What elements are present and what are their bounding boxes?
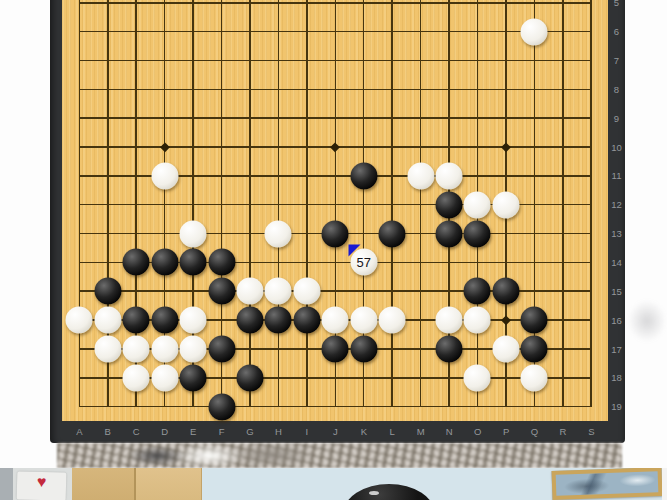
intersection-A8[interactable] bbox=[65, 75, 93, 104]
intersection-S11[interactable] bbox=[577, 161, 605, 190]
intersection-E15[interactable] bbox=[179, 277, 207, 306]
intersection-S9[interactable] bbox=[577, 104, 605, 133]
intersection-B18[interactable] bbox=[94, 363, 122, 392]
intersection-P7[interactable] bbox=[492, 46, 520, 75]
intersection-I19[interactable] bbox=[293, 392, 321, 421]
intersection-H11[interactable] bbox=[264, 161, 292, 190]
intersection-I16[interactable] bbox=[293, 306, 321, 335]
intersection-H8[interactable] bbox=[264, 75, 292, 104]
intersection-S14[interactable] bbox=[577, 248, 605, 277]
intersection-Q16[interactable] bbox=[520, 306, 548, 335]
intersection-D17[interactable] bbox=[150, 335, 178, 364]
intersection-F19[interactable] bbox=[207, 392, 235, 421]
intersection-O8[interactable] bbox=[463, 75, 491, 104]
intersection-A11[interactable] bbox=[65, 161, 93, 190]
intersection-K7[interactable] bbox=[349, 46, 377, 75]
intersection-B16[interactable] bbox=[94, 306, 122, 335]
intersection-N8[interactable] bbox=[435, 75, 463, 104]
intersection-I12[interactable] bbox=[293, 190, 321, 219]
intersection-Q10[interactable] bbox=[520, 133, 548, 162]
intersection-L14[interactable] bbox=[378, 248, 406, 277]
intersection-F13[interactable] bbox=[207, 219, 235, 248]
intersection-J15[interactable] bbox=[321, 277, 349, 306]
intersection-O5[interactable] bbox=[463, 0, 491, 17]
intersection-B11[interactable] bbox=[94, 161, 122, 190]
intersection-N12[interactable] bbox=[435, 190, 463, 219]
intersection-J6[interactable] bbox=[321, 17, 349, 46]
intersection-P18[interactable] bbox=[492, 363, 520, 392]
intersection-H5[interactable] bbox=[264, 0, 292, 17]
intersection-F17[interactable] bbox=[207, 335, 235, 364]
intersection-N6[interactable] bbox=[435, 17, 463, 46]
intersection-J14[interactable] bbox=[321, 248, 349, 277]
intersection-N14[interactable] bbox=[435, 248, 463, 277]
intersection-A15[interactable] bbox=[65, 277, 93, 306]
intersection-G16[interactable] bbox=[236, 306, 264, 335]
intersection-J5[interactable] bbox=[321, 0, 349, 17]
intersection-E11[interactable] bbox=[179, 161, 207, 190]
intersection-L6[interactable] bbox=[378, 17, 406, 46]
intersection-K17[interactable] bbox=[349, 335, 377, 364]
intersection-Q17[interactable] bbox=[520, 335, 548, 364]
intersection-J8[interactable] bbox=[321, 75, 349, 104]
intersection-P17[interactable] bbox=[492, 335, 520, 364]
intersection-P15[interactable] bbox=[492, 277, 520, 306]
intersection-A7[interactable] bbox=[65, 46, 93, 75]
intersection-I14[interactable] bbox=[293, 248, 321, 277]
intersection-I18[interactable] bbox=[293, 363, 321, 392]
intersection-I13[interactable] bbox=[293, 219, 321, 248]
intersection-J11[interactable] bbox=[321, 161, 349, 190]
intersection-C12[interactable] bbox=[122, 190, 150, 219]
intersection-L15[interactable] bbox=[378, 277, 406, 306]
intersection-R19[interactable] bbox=[549, 392, 577, 421]
intersection-M17[interactable] bbox=[406, 335, 434, 364]
intersection-I10[interactable] bbox=[293, 133, 321, 162]
intersection-M13[interactable] bbox=[406, 219, 434, 248]
intersection-E18[interactable] bbox=[179, 363, 207, 392]
intersection-D11[interactable] bbox=[150, 161, 178, 190]
intersection-B6[interactable] bbox=[94, 17, 122, 46]
intersection-H18[interactable] bbox=[264, 363, 292, 392]
intersection-N16[interactable] bbox=[435, 306, 463, 335]
intersection-S18[interactable] bbox=[577, 363, 605, 392]
intersection-R6[interactable] bbox=[549, 17, 577, 46]
intersection-Q12[interactable] bbox=[520, 190, 548, 219]
intersection-E10[interactable] bbox=[179, 133, 207, 162]
intersection-K15[interactable] bbox=[349, 277, 377, 306]
intersection-B9[interactable] bbox=[94, 104, 122, 133]
intersection-C5[interactable] bbox=[122, 0, 150, 17]
intersection-A10[interactable] bbox=[65, 133, 93, 162]
intersection-F7[interactable] bbox=[207, 46, 235, 75]
intersection-G15[interactable] bbox=[236, 277, 264, 306]
intersection-L12[interactable] bbox=[378, 190, 406, 219]
intersection-A6[interactable] bbox=[65, 17, 93, 46]
intersection-J19[interactable] bbox=[321, 392, 349, 421]
intersection-S6[interactable] bbox=[577, 17, 605, 46]
intersection-C8[interactable] bbox=[122, 75, 150, 104]
intersection-Q6[interactable] bbox=[520, 17, 548, 46]
intersection-Q13[interactable] bbox=[520, 219, 548, 248]
intersection-B14[interactable] bbox=[94, 248, 122, 277]
intersection-F14[interactable] bbox=[207, 248, 235, 277]
intersection-A17[interactable] bbox=[65, 335, 93, 364]
intersection-A13[interactable] bbox=[65, 219, 93, 248]
intersection-I11[interactable] bbox=[293, 161, 321, 190]
intersection-C15[interactable] bbox=[122, 277, 150, 306]
intersection-M9[interactable] bbox=[406, 104, 434, 133]
intersection-D5[interactable] bbox=[150, 0, 178, 17]
intersection-F10[interactable] bbox=[207, 133, 235, 162]
intersection-Q18[interactable] bbox=[520, 363, 548, 392]
intersection-M19[interactable] bbox=[406, 392, 434, 421]
intersection-F12[interactable] bbox=[207, 190, 235, 219]
intersection-G8[interactable] bbox=[236, 75, 264, 104]
column-label-G: G bbox=[236, 426, 264, 438]
intersection-M8[interactable] bbox=[406, 75, 434, 104]
intersection-S12[interactable] bbox=[577, 190, 605, 219]
intersection-O18[interactable] bbox=[463, 363, 491, 392]
intersection-C10[interactable] bbox=[122, 133, 150, 162]
intersection-S5[interactable] bbox=[577, 0, 605, 17]
intersection-R8[interactable] bbox=[549, 75, 577, 104]
intersection-C9[interactable] bbox=[122, 104, 150, 133]
intersection-O7[interactable] bbox=[463, 46, 491, 75]
intersection-P16[interactable] bbox=[492, 306, 520, 335]
intersection-E5[interactable] bbox=[179, 0, 207, 17]
intersection-C17[interactable] bbox=[122, 335, 150, 364]
intersection-C18[interactable] bbox=[122, 363, 150, 392]
intersection-C11[interactable] bbox=[122, 161, 150, 190]
intersection-B15[interactable] bbox=[94, 277, 122, 306]
intersection-C14[interactable] bbox=[122, 248, 150, 277]
intersection-A14[interactable] bbox=[65, 248, 93, 277]
intersection-J13[interactable] bbox=[321, 219, 349, 248]
intersection-R17[interactable] bbox=[549, 335, 577, 364]
intersection-O15[interactable] bbox=[463, 277, 491, 306]
intersection-G18[interactable] bbox=[236, 363, 264, 392]
black-stone-F14 bbox=[208, 249, 235, 276]
intersection-B10[interactable] bbox=[94, 133, 122, 162]
intersection-G17[interactable] bbox=[236, 335, 264, 364]
intersection-G6[interactable] bbox=[236, 17, 264, 46]
intersection-O10[interactable] bbox=[463, 133, 491, 162]
intersection-D18[interactable] bbox=[150, 363, 178, 392]
intersection-Q15[interactable] bbox=[520, 277, 548, 306]
intersection-Q5[interactable] bbox=[520, 0, 548, 17]
intersection-R5[interactable] bbox=[549, 0, 577, 17]
intersection-R13[interactable] bbox=[549, 219, 577, 248]
blurred-photo-band bbox=[57, 443, 622, 468]
intersection-I6[interactable] bbox=[293, 17, 321, 46]
intersection-K18[interactable] bbox=[349, 363, 377, 392]
intersection-H9[interactable] bbox=[264, 104, 292, 133]
intersection-M12[interactable] bbox=[406, 190, 434, 219]
intersection-A5[interactable] bbox=[65, 0, 93, 17]
intersection-S17[interactable] bbox=[577, 335, 605, 364]
intersection-N5[interactable] bbox=[435, 0, 463, 17]
intersection-A12[interactable] bbox=[65, 190, 93, 219]
intersection-L13[interactable] bbox=[378, 219, 406, 248]
intersection-G5[interactable] bbox=[236, 0, 264, 17]
intersection-A19[interactable] bbox=[65, 392, 93, 421]
intersection-E19[interactable] bbox=[179, 392, 207, 421]
intersection-P14[interactable] bbox=[492, 248, 520, 277]
intersection-J9[interactable] bbox=[321, 104, 349, 133]
intersection-B19[interactable] bbox=[94, 392, 122, 421]
intersection-E6[interactable] bbox=[179, 17, 207, 46]
intersection-N15[interactable] bbox=[435, 277, 463, 306]
intersection-R9[interactable] bbox=[549, 104, 577, 133]
intersection-B8[interactable] bbox=[94, 75, 122, 104]
intersection-H14[interactable] bbox=[264, 248, 292, 277]
intersection-R18[interactable] bbox=[549, 363, 577, 392]
intersection-P8[interactable] bbox=[492, 75, 520, 104]
intersection-I5[interactable] bbox=[293, 0, 321, 17]
intersection-L7[interactable] bbox=[378, 46, 406, 75]
intersection-A18[interactable] bbox=[65, 363, 93, 392]
intersection-L5[interactable] bbox=[378, 0, 406, 17]
intersection-G12[interactable] bbox=[236, 190, 264, 219]
intersection-H7[interactable] bbox=[264, 46, 292, 75]
intersection-Q19[interactable] bbox=[520, 392, 548, 421]
intersection-S8[interactable] bbox=[577, 75, 605, 104]
intersection-N19[interactable] bbox=[435, 392, 463, 421]
intersection-B7[interactable] bbox=[94, 46, 122, 75]
intersection-K8[interactable] bbox=[349, 75, 377, 104]
intersection-R7[interactable] bbox=[549, 46, 577, 75]
intersection-I17[interactable] bbox=[293, 335, 321, 364]
intersection-E14[interactable] bbox=[179, 248, 207, 277]
intersection-P12[interactable] bbox=[492, 190, 520, 219]
intersection-R11[interactable] bbox=[549, 161, 577, 190]
intersection-N17[interactable] bbox=[435, 335, 463, 364]
intersection-F5[interactable] bbox=[207, 0, 235, 17]
intersection-S7[interactable] bbox=[577, 46, 605, 75]
intersection-O12[interactable] bbox=[463, 190, 491, 219]
intersection-L17[interactable] bbox=[378, 335, 406, 364]
intersection-K10[interactable] bbox=[349, 133, 377, 162]
intersection-H15[interactable] bbox=[264, 277, 292, 306]
intersection-N18[interactable] bbox=[435, 363, 463, 392]
intersection-I7[interactable] bbox=[293, 46, 321, 75]
white-stone-G15 bbox=[236, 278, 263, 305]
intersection-Q11[interactable] bbox=[520, 161, 548, 190]
intersection-B12[interactable] bbox=[94, 190, 122, 219]
intersection-D12[interactable] bbox=[150, 190, 178, 219]
intersection-Q8[interactable] bbox=[520, 75, 548, 104]
intersection-D10[interactable] bbox=[150, 133, 178, 162]
intersection-N13[interactable] bbox=[435, 219, 463, 248]
black-stone-C16 bbox=[123, 307, 150, 334]
intersection-C13[interactable] bbox=[122, 219, 150, 248]
intersection-A16[interactable] bbox=[65, 306, 93, 335]
intersection-R14[interactable] bbox=[549, 248, 577, 277]
intersection-D19[interactable] bbox=[150, 392, 178, 421]
intersection-G9[interactable] bbox=[236, 104, 264, 133]
intersection-J10[interactable] bbox=[321, 133, 349, 162]
intersection-K12[interactable] bbox=[349, 190, 377, 219]
row-label-13: 13 bbox=[608, 228, 625, 239]
intersection-M10[interactable] bbox=[406, 133, 434, 162]
intersection-E7[interactable] bbox=[179, 46, 207, 75]
intersection-O9[interactable] bbox=[463, 104, 491, 133]
intersection-C19[interactable] bbox=[122, 392, 150, 421]
intersection-L16[interactable] bbox=[378, 306, 406, 335]
intersection-M5[interactable] bbox=[406, 0, 434, 17]
intersection-M7[interactable] bbox=[406, 46, 434, 75]
intersection-D15[interactable] bbox=[150, 277, 178, 306]
intersection-J17[interactable] bbox=[321, 335, 349, 364]
intersection-I8[interactable] bbox=[293, 75, 321, 104]
intersection-F11[interactable] bbox=[207, 161, 235, 190]
intersection-F6[interactable] bbox=[207, 17, 235, 46]
intersection-M16[interactable] bbox=[406, 306, 434, 335]
star-point-P16 bbox=[501, 315, 510, 324]
intersection-P13[interactable] bbox=[492, 219, 520, 248]
intersection-B13[interactable] bbox=[94, 219, 122, 248]
intersection-E13[interactable] bbox=[179, 219, 207, 248]
intersection-L18[interactable] bbox=[378, 363, 406, 392]
intersection-P19[interactable] bbox=[492, 392, 520, 421]
intersection-P5[interactable] bbox=[492, 0, 520, 17]
intersection-P9[interactable] bbox=[492, 104, 520, 133]
intersection-D6[interactable] bbox=[150, 17, 178, 46]
intersection-L10[interactable] bbox=[378, 133, 406, 162]
intersection-R16[interactable] bbox=[549, 306, 577, 335]
intersection-N9[interactable] bbox=[435, 104, 463, 133]
row-label-12: 12 bbox=[608, 199, 625, 210]
intersection-S15[interactable] bbox=[577, 277, 605, 306]
white-stone-E17 bbox=[180, 335, 207, 362]
intersection-M11[interactable] bbox=[406, 161, 434, 190]
intersection-P10[interactable] bbox=[492, 133, 520, 162]
intersection-F16[interactable] bbox=[207, 306, 235, 335]
intersection-M14[interactable] bbox=[406, 248, 434, 277]
intersection-E9[interactable] bbox=[179, 104, 207, 133]
intersection-H13[interactable] bbox=[264, 219, 292, 248]
intersection-B5[interactable] bbox=[94, 0, 122, 17]
white-stone-A16 bbox=[66, 307, 93, 334]
column-label-Q: Q bbox=[520, 426, 548, 438]
intersection-D14[interactable] bbox=[150, 248, 178, 277]
row-label-16: 16 bbox=[608, 315, 625, 326]
intersection-J7[interactable] bbox=[321, 46, 349, 75]
intersection-E12[interactable] bbox=[179, 190, 207, 219]
star-point-D10 bbox=[160, 142, 169, 151]
intersection-L19[interactable] bbox=[378, 392, 406, 421]
intersection-O17[interactable] bbox=[463, 335, 491, 364]
intersection-F8[interactable] bbox=[207, 75, 235, 104]
intersection-J16[interactable] bbox=[321, 306, 349, 335]
intersection-N7[interactable] bbox=[435, 46, 463, 75]
intersection-G10[interactable] bbox=[236, 133, 264, 162]
intersection-A9[interactable] bbox=[65, 104, 93, 133]
intersection-D7[interactable] bbox=[150, 46, 178, 75]
intersection-D16[interactable] bbox=[150, 306, 178, 335]
intersection-H10[interactable] bbox=[264, 133, 292, 162]
intersection-F18[interactable] bbox=[207, 363, 235, 392]
intersection-R10[interactable] bbox=[549, 133, 577, 162]
intersection-K5[interactable] bbox=[349, 0, 377, 17]
intersection-G14[interactable] bbox=[236, 248, 264, 277]
intersection-M15[interactable] bbox=[406, 277, 434, 306]
intersection-L11[interactable] bbox=[378, 161, 406, 190]
intersection-B17[interactable] bbox=[94, 335, 122, 364]
intersection-M18[interactable] bbox=[406, 363, 434, 392]
intersection-H6[interactable] bbox=[264, 17, 292, 46]
intersection-O16[interactable] bbox=[463, 306, 491, 335]
go-board-grid[interactable]: 57 bbox=[65, 0, 605, 421]
intersection-P6[interactable] bbox=[492, 17, 520, 46]
intersection-O11[interactable] bbox=[463, 161, 491, 190]
intersection-C7[interactable] bbox=[122, 46, 150, 75]
intersection-F15[interactable] bbox=[207, 277, 235, 306]
white-stone-B16 bbox=[94, 307, 121, 334]
intersection-N11[interactable] bbox=[435, 161, 463, 190]
intersection-E16[interactable] bbox=[179, 306, 207, 335]
intersection-M6[interactable] bbox=[406, 17, 434, 46]
intersection-D8[interactable] bbox=[150, 75, 178, 104]
intersection-C6[interactable] bbox=[122, 17, 150, 46]
intersection-C16[interactable] bbox=[122, 306, 150, 335]
intersection-S10[interactable] bbox=[577, 133, 605, 162]
intersection-G19[interactable] bbox=[236, 392, 264, 421]
intersection-G11[interactable] bbox=[236, 161, 264, 190]
intersection-K19[interactable] bbox=[349, 392, 377, 421]
intersection-O6[interactable] bbox=[463, 17, 491, 46]
intersection-R15[interactable] bbox=[549, 277, 577, 306]
intersection-O14[interactable] bbox=[463, 248, 491, 277]
intersection-D13[interactable] bbox=[150, 219, 178, 248]
intersection-R12[interactable] bbox=[549, 190, 577, 219]
intersection-K11[interactable] bbox=[349, 161, 377, 190]
intersection-K13[interactable] bbox=[349, 219, 377, 248]
intersection-E8[interactable] bbox=[179, 75, 207, 104]
intersection-G13[interactable] bbox=[236, 219, 264, 248]
intersection-K14[interactable]: 57 bbox=[349, 248, 377, 277]
intersection-E17[interactable] bbox=[179, 335, 207, 364]
intersection-O13[interactable] bbox=[463, 219, 491, 248]
intersection-J12[interactable] bbox=[321, 190, 349, 219]
intersection-S19[interactable] bbox=[577, 392, 605, 421]
intersection-I9[interactable] bbox=[293, 104, 321, 133]
intersection-O19[interactable] bbox=[463, 392, 491, 421]
intersection-D9[interactable] bbox=[150, 104, 178, 133]
intersection-L8[interactable] bbox=[378, 75, 406, 104]
intersection-P11[interactable] bbox=[492, 161, 520, 190]
intersection-K9[interactable] bbox=[349, 104, 377, 133]
intersection-G7[interactable] bbox=[236, 46, 264, 75]
intersection-S16[interactable] bbox=[577, 306, 605, 335]
intersection-Q7[interactable] bbox=[520, 46, 548, 75]
intersection-I15[interactable] bbox=[293, 277, 321, 306]
intersection-Q9[interactable] bbox=[520, 104, 548, 133]
intersection-K16[interactable] bbox=[349, 306, 377, 335]
intersection-S13[interactable] bbox=[577, 219, 605, 248]
intersection-H16[interactable] bbox=[264, 306, 292, 335]
intersection-K6[interactable] bbox=[349, 17, 377, 46]
intersection-N10[interactable] bbox=[435, 133, 463, 162]
intersection-H19[interactable] bbox=[264, 392, 292, 421]
intersection-F9[interactable] bbox=[207, 104, 235, 133]
intersection-Q14[interactable] bbox=[520, 248, 548, 277]
intersection-H12[interactable] bbox=[264, 190, 292, 219]
intersection-H17[interactable] bbox=[264, 335, 292, 364]
intersection-L9[interactable] bbox=[378, 104, 406, 133]
intersection-J18[interactable] bbox=[321, 363, 349, 392]
